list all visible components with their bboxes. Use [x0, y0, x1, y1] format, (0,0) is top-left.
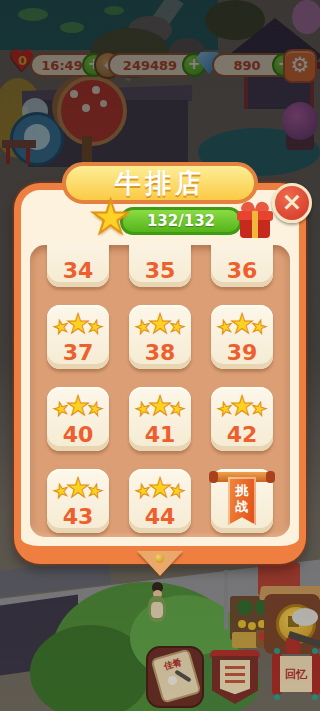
fruit-crate [232, 632, 258, 648]
close-icon: × [282, 187, 303, 216]
pizza-topping [100, 100, 107, 107]
roll-cap [274, 648, 280, 654]
star-rating: ★★★ [217, 391, 268, 421]
level-number: 36 [227, 258, 258, 284]
bench [2, 140, 36, 148]
yellow-fruit [248, 622, 256, 630]
star-rating: ★★★ [135, 391, 186, 421]
memories-scroll-button[interactable]: 回忆 [272, 648, 320, 702]
star-icon: ★ [66, 392, 90, 419]
star-rating: ★★★ [53, 391, 104, 421]
level-tile-40[interactable]: ★★★ 40 [47, 387, 109, 451]
star-icon: ★ [66, 310, 90, 337]
star-rating: ★★★ [53, 473, 104, 503]
pizza-topping [92, 86, 100, 94]
level-number: 44 [145, 504, 176, 530]
gift-ribbon [252, 211, 258, 238]
star-rating: ★★★ [217, 309, 268, 339]
level-grid: 34 35 36 ★★★ 37 ★★★ 38 ★★★ 39 ★★★ 40 ★★★… [47, 245, 273, 533]
tasks-scroll-button[interactable]: 佳肴 [146, 646, 204, 708]
bench-leg [26, 148, 30, 164]
star-progress-text: 132/132 [147, 212, 215, 230]
level-number: 35 [145, 258, 176, 284]
checklist-line [225, 666, 245, 669]
star-icon: ★ [148, 392, 172, 419]
level-tile-35[interactable]: 35 [129, 245, 191, 287]
star-icon: ★ [230, 310, 254, 337]
checklist-line [225, 680, 245, 683]
challenge-tile[interactable]: 挑战 [211, 469, 273, 533]
star-icon: ★ [230, 392, 254, 419]
level-number: 42 [227, 422, 258, 448]
progress-star-icon: ★ [90, 194, 131, 240]
arrow-knob [155, 554, 164, 563]
level-number: 34 [63, 258, 94, 284]
level-number: 40 [63, 422, 94, 448]
pizza-topping [82, 104, 90, 112]
lily-pad [18, 8, 48, 21]
level-grid-container: 34 35 36 ★★★ 37 ★★★ 38 ★★★ 39 ★★★ 40 ★★★… [30, 245, 290, 537]
coins-pill: 249489 + [108, 53, 204, 77]
level-tile-42[interactable]: ★★★ 42 [211, 387, 273, 451]
panel-collapse-arrow[interactable] [137, 551, 183, 576]
level-tile-37[interactable]: ★★★ 37 [47, 305, 109, 369]
level-number: 41 [145, 422, 176, 448]
star-icon: ★ [66, 474, 90, 501]
coins-value: 249489 [123, 58, 177, 73]
reward-gift-icon[interactable] [237, 201, 273, 239]
lily-pad [104, 6, 124, 15]
pizza-topping [70, 90, 78, 98]
level-number: 43 [63, 504, 94, 530]
gems-value: 890 [233, 58, 260, 73]
level-tile-38[interactable]: ★★★ 38 [129, 305, 191, 369]
gems-pill: 890 + [212, 53, 294, 77]
lives-timer: 16:49 [41, 58, 82, 73]
level-tile-34[interactable]: 34 [47, 245, 109, 287]
villager-apron [151, 602, 163, 618]
star-rating: ★★★ [53, 309, 104, 339]
star-progress-bar: 132/132 [120, 207, 242, 235]
level-tile-44[interactable]: ★★★ 44 [129, 469, 191, 533]
memories-paper: 回忆 [280, 656, 312, 692]
level-number: 38 [145, 340, 176, 366]
level-tile-39[interactable]: ★★★ 39 [211, 305, 273, 369]
settings-button[interactable]: ⚙ [283, 49, 317, 83]
challenge-ribbon: 挑战 [228, 477, 256, 525]
lives-count: 0 [18, 53, 27, 68]
roll-cap [312, 694, 318, 700]
roll-cap [312, 648, 318, 654]
gear-icon: ⚙ [291, 53, 310, 77]
yellow-fruit [238, 620, 246, 628]
level-tile-41[interactable]: ★★★ 41 [129, 387, 191, 451]
checklist-button[interactable] [212, 648, 258, 706]
level-tile-43[interactable]: ★★★ 43 [47, 469, 109, 533]
pink-tree [292, 0, 320, 34]
challenge-label: 挑战 [235, 483, 250, 525]
star-icon: ★ [148, 474, 172, 501]
sign-pole [82, 136, 92, 162]
checklist-line [225, 673, 245, 676]
lives-timer-pill: 16:49 + [30, 53, 104, 77]
level-tile-36[interactable]: 36 [211, 245, 273, 287]
roll-cap [274, 694, 280, 700]
watermelon [237, 600, 252, 615]
star-icon: ★ [148, 310, 172, 337]
star-rating: ★★★ [135, 473, 186, 503]
brush-tip [168, 676, 177, 685]
white-goat [292, 608, 318, 626]
stall-pole [224, 570, 228, 630]
lily-pad [60, 22, 84, 33]
purple-plant [282, 102, 318, 140]
memories-label: 回忆 [285, 667, 307, 682]
bench-leg [6, 148, 10, 164]
level-number: 37 [63, 340, 94, 366]
level-number: 39 [227, 340, 258, 366]
close-button[interactable]: × [272, 183, 312, 223]
star-rating: ★★★ [135, 309, 186, 339]
